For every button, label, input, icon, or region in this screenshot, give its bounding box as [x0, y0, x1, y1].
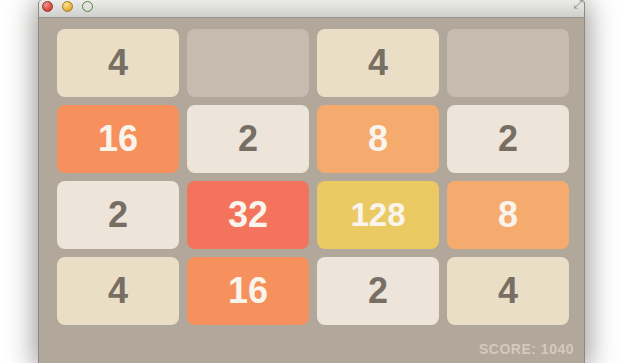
tile-32-r3c2: 32 [187, 181, 309, 249]
tile-4-r1c3: 4 [317, 29, 439, 97]
desktop-background: ⤢ 4416282232128841624 SCORE: 1040 [0, 0, 631, 363]
tile-16-r4c2: 16 [187, 257, 309, 325]
tile-128-r3c3: 128 [317, 181, 439, 249]
tile-16-r2c1: 16 [57, 105, 179, 173]
traffic-lights [42, 1, 93, 12]
minimize-button[interactable] [62, 1, 73, 12]
empty-cell-r1c2 [187, 29, 309, 97]
score-label: SCORE: 1040 [479, 341, 574, 357]
tile-2-r3c1: 2 [57, 181, 179, 249]
tile-2-r4c3: 2 [317, 257, 439, 325]
tile-2-r2c4: 2 [447, 105, 569, 173]
empty-cell-r1c4 [447, 29, 569, 97]
tile-8-r2c3: 8 [317, 105, 439, 173]
tile-4-r4c1: 4 [57, 257, 179, 325]
game-board-2048[interactable]: 4416282232128841624 [39, 18, 584, 325]
window-titlebar[interactable]: ⤢ [39, 0, 584, 18]
tile-4-r4c4: 4 [447, 257, 569, 325]
close-button[interactable] [42, 1, 53, 12]
game-window: ⤢ 4416282232128841624 SCORE: 1040 [38, 0, 585, 363]
fullscreen-icon[interactable]: ⤢ [573, 0, 583, 10]
tile-4-r1c1: 4 [57, 29, 179, 97]
zoom-button[interactable] [82, 1, 93, 12]
tile-2-r2c2: 2 [187, 105, 309, 173]
tile-8-r3c4: 8 [447, 181, 569, 249]
